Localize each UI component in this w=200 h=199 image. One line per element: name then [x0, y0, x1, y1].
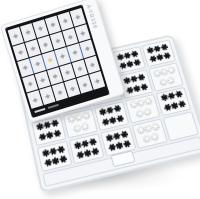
black-clip-icon: ✱	[119, 62, 128, 70]
clip-photo-icon: ✛	[44, 92, 51, 100]
product-photo: ✱✱✱✱✱✱✱✱✱✱✱✱✱✱✱✱✱✱✱✱✱✱✱✱✱✱✱✱✱✱✱✱✱✱✱✱✱✱✱✱…	[0, 0, 200, 199]
clip-photo-icon: ✛	[59, 52, 66, 60]
clip-photo-icon: ✛	[89, 61, 96, 69]
clip-photo-icon: ✛	[76, 64, 83, 72]
white-clip-icon: ✱	[159, 78, 168, 86]
black-clip-icon: ✱	[107, 144, 116, 152]
white-clip-icon: ✱	[143, 135, 152, 143]
black-clip-icon: ✱	[163, 104, 172, 112]
clip-photo-icon: ✛	[79, 29, 86, 37]
clip-photo-icon: ✛	[49, 21, 56, 29]
white-clip-icon: ✱	[81, 112, 91, 122]
clip-photo-icon: ✛	[84, 45, 91, 53]
black-clip-icon: ✱	[149, 56, 158, 64]
clip-photo-icon: ✛	[52, 72, 59, 80]
clip-photo-icon: ✛	[12, 32, 19, 40]
black-clip-icon: ✱	[112, 104, 122, 113]
clip-photo-icon: ✛	[62, 17, 69, 25]
black-clip-icon: ✱	[119, 129, 129, 139]
footer-print-mark	[35, 108, 46, 113]
clip-photo-icon: ✛	[67, 33, 74, 41]
compartment-white: ✱✱✱✱✱	[148, 63, 183, 92]
clip-photo-icon: ✛	[22, 64, 29, 72]
black-clip-icon: ✱	[136, 73, 146, 82]
clip-photo-icon: ✛	[29, 44, 36, 52]
black-clip-icon: ✱	[76, 151, 85, 160]
clip-photo-icon: ✛	[64, 68, 71, 76]
clip-photo-icon: ✛	[47, 56, 54, 64]
clip-photo-icon: ✛	[74, 13, 81, 21]
compartment-black: ✱✱✱✱✱✱	[118, 70, 153, 99]
clip-photo-icon: ✛	[81, 80, 88, 88]
black-clip-icon: ✱	[125, 86, 134, 94]
white-clip-icon: ✱	[73, 125, 82, 133]
clip-photo-icon: ✛	[54, 37, 61, 45]
clip-photo-icon: ✛	[27, 80, 34, 88]
clip-photo-icon: ✛	[42, 40, 49, 48]
black-clip-icon: ✱	[50, 119, 60, 129]
clip-photo-icon: ✛	[34, 60, 41, 68]
clip-photo-icon: ✛	[56, 88, 63, 96]
clip-photo-icon: ✛	[72, 49, 79, 57]
clip-photo-icon: ✛	[69, 84, 76, 92]
clip-photo-icon: ✛	[17, 48, 24, 56]
clip-photo-icon: ✛	[25, 28, 32, 36]
clip-photo-icon: ✛	[37, 24, 44, 32]
clip-photo-icon: ✛	[94, 77, 101, 85]
white-clip-icon: ✱	[143, 97, 153, 106]
black-clip-icon: ✱	[101, 118, 110, 126]
clip-photo-icon: ✛	[32, 96, 39, 104]
black-clip-icon: ✱	[174, 90, 184, 99]
black-clip-icon: ✱	[43, 159, 52, 168]
black-clip-icon: ✱	[38, 133, 47, 141]
white-clip-icon: ✱	[136, 110, 145, 118]
clip-photo-icon: ✛	[39, 76, 46, 84]
